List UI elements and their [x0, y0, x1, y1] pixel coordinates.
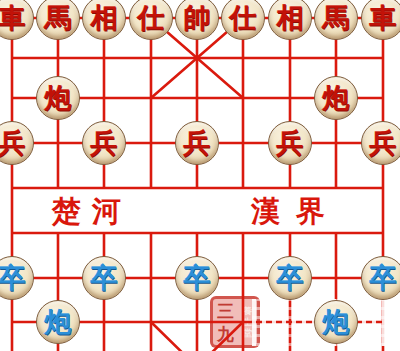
red-cannon[interactable]: 炮	[314, 76, 358, 120]
red-soldier[interactable]: 兵	[268, 121, 312, 165]
red-elephant[interactable]: 相	[268, 0, 312, 40]
black-soldier[interactable]: 卒	[361, 256, 400, 300]
red-chariot[interactable]: 車	[361, 0, 400, 40]
black-soldier[interactable]: 卒	[82, 256, 126, 300]
red-advisor[interactable]: 仕	[129, 0, 173, 40]
red-horse[interactable]: 馬	[36, 0, 80, 40]
red-advisor[interactable]: 仕	[221, 0, 265, 40]
xiangqi-board: 楚河 漢界 三 九 養 生 堂 車馬相仕帥仕相馬車炮炮兵兵兵兵兵卒卒卒卒卒炮炮	[0, 0, 400, 351]
pieces-layer: 車馬相仕帥仕相馬車炮炮兵兵兵兵兵卒卒卒卒卒炮炮	[0, 0, 400, 351]
black-soldier[interactable]: 卒	[0, 256, 34, 300]
red-general[interactable]: 帥	[175, 0, 219, 40]
red-soldier[interactable]: 兵	[361, 121, 400, 165]
black-cannon[interactable]: 炮	[36, 300, 80, 344]
red-soldier[interactable]: 兵	[0, 121, 34, 165]
black-soldier[interactable]: 卒	[175, 256, 219, 300]
red-soldier[interactable]: 兵	[82, 121, 126, 165]
red-soldier[interactable]: 兵	[175, 121, 219, 165]
red-elephant[interactable]: 相	[82, 0, 126, 40]
red-horse[interactable]: 馬	[314, 0, 358, 40]
black-soldier[interactable]: 卒	[268, 256, 312, 300]
black-cannon[interactable]: 炮	[314, 300, 358, 344]
red-chariot[interactable]: 車	[0, 0, 34, 40]
red-cannon[interactable]: 炮	[36, 76, 80, 120]
